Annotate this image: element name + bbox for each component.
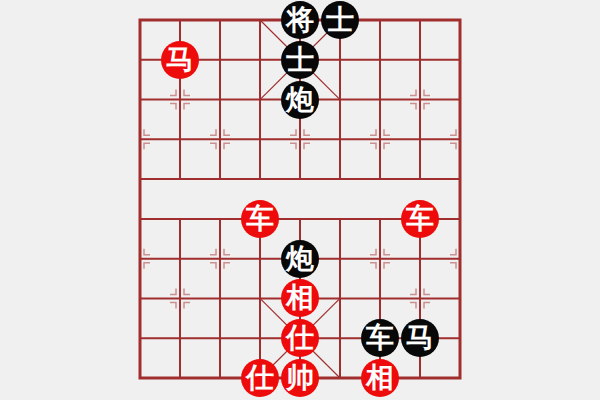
piece-black-cannon[interactable]: 炮 bbox=[281, 240, 319, 278]
piece-red-advisor[interactable]: 仕 bbox=[241, 359, 279, 397]
piece-black-general[interactable]: 将 bbox=[281, 1, 319, 39]
piece-black-chariot[interactable]: 车 bbox=[361, 319, 399, 357]
piece-red-advisor[interactable]: 仕 bbox=[281, 319, 319, 357]
piece-red-elephant[interactable]: 相 bbox=[361, 359, 399, 397]
piece-black-advisor[interactable]: 士 bbox=[281, 41, 319, 79]
piece-red-chariot[interactable]: 车 bbox=[401, 200, 439, 238]
piece-black-advisor[interactable]: 士 bbox=[321, 1, 359, 39]
xiangqi-board[interactable]: 将士士马炮车车炮相仕车马仕帅相 bbox=[0, 0, 600, 400]
screenshot-canvas: 将士士马炮车车炮相仕车马仕帅相 bbox=[0, 0, 600, 400]
piece-red-general[interactable]: 帅 bbox=[281, 359, 319, 397]
piece-red-elephant[interactable]: 相 bbox=[281, 279, 319, 317]
piece-red-chariot[interactable]: 车 bbox=[241, 200, 279, 238]
piece-black-horse[interactable]: 马 bbox=[401, 319, 439, 357]
piece-red-horse[interactable]: 马 bbox=[161, 41, 199, 79]
piece-black-cannon[interactable]: 炮 bbox=[281, 81, 319, 119]
pieces-grid: 将士士马炮车车炮相仕车马仕帅相 bbox=[120, 0, 480, 398]
